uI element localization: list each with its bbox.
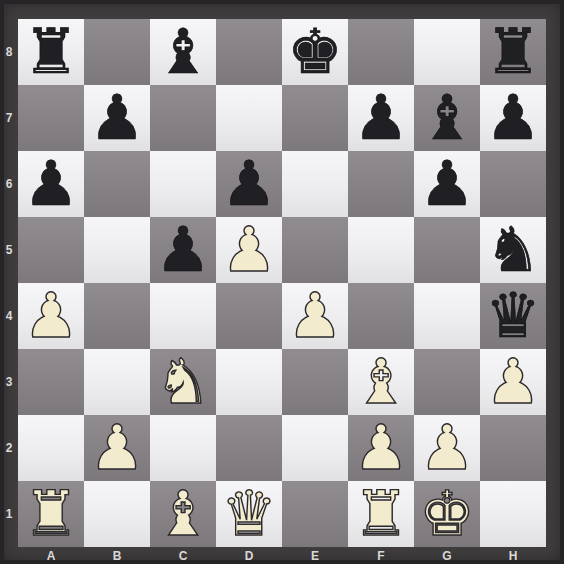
square-f6[interactable] bbox=[348, 151, 414, 217]
white-pawn-icon[interactable]: ♟ bbox=[419, 415, 475, 481]
square-g2[interactable]: ♟ bbox=[414, 415, 480, 481]
rank-labels: 87654321 bbox=[0, 19, 18, 547]
rank-label-8: 8 bbox=[0, 19, 18, 85]
square-g6[interactable]: ♟ bbox=[414, 151, 480, 217]
white-queen-icon[interactable]: ♛ bbox=[221, 481, 277, 547]
square-h5[interactable]: ♞ bbox=[480, 217, 546, 283]
file-label-f: F bbox=[348, 547, 414, 564]
black-pawn-icon[interactable]: ♟ bbox=[89, 85, 145, 151]
square-c7[interactable] bbox=[150, 85, 216, 151]
black-pawn-icon[interactable]: ♟ bbox=[353, 85, 409, 151]
white-rook-icon[interactable]: ♜ bbox=[353, 481, 409, 547]
black-pawn-icon[interactable]: ♟ bbox=[485, 85, 541, 151]
file-label-d: D bbox=[216, 547, 282, 564]
square-c8[interactable]: ♝ bbox=[150, 19, 216, 85]
file-label-g: G bbox=[414, 547, 480, 564]
square-a4[interactable]: ♟ bbox=[18, 283, 84, 349]
black-rook-icon[interactable]: ♜ bbox=[23, 19, 79, 85]
rank-label-1: 1 bbox=[0, 481, 18, 547]
square-g7[interactable]: ♝ bbox=[414, 85, 480, 151]
white-pawn-icon[interactable]: ♟ bbox=[23, 283, 79, 349]
black-rook-icon[interactable]: ♜ bbox=[485, 19, 541, 85]
black-pawn-icon[interactable]: ♟ bbox=[419, 151, 475, 217]
rank-label-5: 5 bbox=[0, 217, 18, 283]
square-e6[interactable] bbox=[282, 151, 348, 217]
square-a7[interactable] bbox=[18, 85, 84, 151]
square-b8[interactable] bbox=[84, 19, 150, 85]
chessboard-frame: 87654321 ♜♝♚♜♟♟♝♟♟♟♟♟♟♞♟♟♛♞♝♟♟♟♟♜♝♛♜♚ AB… bbox=[0, 0, 564, 564]
square-d5[interactable]: ♟ bbox=[216, 217, 282, 283]
file-label-c: C bbox=[150, 547, 216, 564]
square-b2[interactable]: ♟ bbox=[84, 415, 150, 481]
square-a5[interactable] bbox=[18, 217, 84, 283]
white-pawn-icon[interactable]: ♟ bbox=[353, 415, 409, 481]
square-g5[interactable] bbox=[414, 217, 480, 283]
square-b3[interactable] bbox=[84, 349, 150, 415]
file-label-h: H bbox=[480, 547, 546, 564]
square-b6[interactable] bbox=[84, 151, 150, 217]
square-h4[interactable]: ♛ bbox=[480, 283, 546, 349]
square-d6[interactable]: ♟ bbox=[216, 151, 282, 217]
square-b4[interactable] bbox=[84, 283, 150, 349]
square-h2[interactable] bbox=[480, 415, 546, 481]
square-c2[interactable] bbox=[150, 415, 216, 481]
square-f5[interactable] bbox=[348, 217, 414, 283]
black-bishop-icon[interactable]: ♝ bbox=[419, 85, 475, 151]
square-c3[interactable]: ♞ bbox=[150, 349, 216, 415]
white-pawn-icon[interactable]: ♟ bbox=[485, 349, 541, 415]
chessboard: ♜♝♚♜♟♟♝♟♟♟♟♟♟♞♟♟♛♞♝♟♟♟♟♜♝♛♜♚ bbox=[18, 19, 546, 547]
square-e7[interactable] bbox=[282, 85, 348, 151]
square-b7[interactable]: ♟ bbox=[84, 85, 150, 151]
square-h1[interactable] bbox=[480, 481, 546, 547]
square-a2[interactable] bbox=[18, 415, 84, 481]
black-king-icon[interactable]: ♚ bbox=[287, 19, 343, 85]
black-pawn-icon[interactable]: ♟ bbox=[221, 151, 277, 217]
square-c1[interactable]: ♝ bbox=[150, 481, 216, 547]
white-pawn-icon[interactable]: ♟ bbox=[89, 415, 145, 481]
square-e4[interactable]: ♟ bbox=[282, 283, 348, 349]
square-f1[interactable]: ♜ bbox=[348, 481, 414, 547]
square-c5[interactable]: ♟ bbox=[150, 217, 216, 283]
black-knight-icon[interactable]: ♞ bbox=[485, 217, 541, 283]
rank-label-3: 3 bbox=[0, 349, 18, 415]
square-a1[interactable]: ♜ bbox=[18, 481, 84, 547]
square-f8[interactable] bbox=[348, 19, 414, 85]
rank-label-2: 2 bbox=[0, 415, 18, 481]
rank-label-7: 7 bbox=[0, 85, 18, 151]
square-g3[interactable] bbox=[414, 349, 480, 415]
square-e1[interactable] bbox=[282, 481, 348, 547]
square-b1[interactable] bbox=[84, 481, 150, 547]
square-d7[interactable] bbox=[216, 85, 282, 151]
square-d1[interactable]: ♛ bbox=[216, 481, 282, 547]
black-queen-icon[interactable]: ♛ bbox=[485, 283, 541, 349]
square-h3[interactable]: ♟ bbox=[480, 349, 546, 415]
file-label-b: B bbox=[84, 547, 150, 564]
square-f7[interactable]: ♟ bbox=[348, 85, 414, 151]
square-g4[interactable] bbox=[414, 283, 480, 349]
square-a8[interactable]: ♜ bbox=[18, 19, 84, 85]
square-d3[interactable] bbox=[216, 349, 282, 415]
square-f4[interactable] bbox=[348, 283, 414, 349]
square-c6[interactable] bbox=[150, 151, 216, 217]
square-h7[interactable]: ♟ bbox=[480, 85, 546, 151]
square-e8[interactable]: ♚ bbox=[282, 19, 348, 85]
square-f3[interactable]: ♝ bbox=[348, 349, 414, 415]
file-labels: ABCDEFGH bbox=[18, 547, 546, 564]
white-bishop-icon[interactable]: ♝ bbox=[353, 349, 409, 415]
square-b5[interactable] bbox=[84, 217, 150, 283]
black-bishop-icon[interactable]: ♝ bbox=[155, 19, 211, 85]
rank-label-6: 6 bbox=[0, 151, 18, 217]
square-a3[interactable] bbox=[18, 349, 84, 415]
black-pawn-icon[interactable]: ♟ bbox=[155, 217, 211, 283]
square-g1[interactable]: ♚ bbox=[414, 481, 480, 547]
square-g8[interactable] bbox=[414, 19, 480, 85]
square-a6[interactable]: ♟ bbox=[18, 151, 84, 217]
square-e5[interactable] bbox=[282, 217, 348, 283]
white-pawn-icon[interactable]: ♟ bbox=[287, 283, 343, 349]
square-h6[interactable] bbox=[480, 151, 546, 217]
square-h8[interactable]: ♜ bbox=[480, 19, 546, 85]
square-f2[interactable]: ♟ bbox=[348, 415, 414, 481]
square-c4[interactable] bbox=[150, 283, 216, 349]
square-e2[interactable] bbox=[282, 415, 348, 481]
white-rook-icon[interactable]: ♜ bbox=[23, 481, 79, 547]
white-bishop-icon[interactable]: ♝ bbox=[155, 481, 211, 547]
square-d2[interactable] bbox=[216, 415, 282, 481]
file-label-e: E bbox=[282, 547, 348, 564]
file-label-a: A bbox=[18, 547, 84, 564]
rank-label-4: 4 bbox=[0, 283, 18, 349]
white-king-icon[interactable]: ♚ bbox=[419, 481, 475, 547]
white-pawn-icon[interactable]: ♟ bbox=[221, 217, 277, 283]
black-pawn-icon[interactable]: ♟ bbox=[23, 151, 79, 217]
white-knight-icon[interactable]: ♞ bbox=[155, 349, 211, 415]
square-d8[interactable] bbox=[216, 19, 282, 85]
square-e3[interactable] bbox=[282, 349, 348, 415]
square-d4[interactable] bbox=[216, 283, 282, 349]
